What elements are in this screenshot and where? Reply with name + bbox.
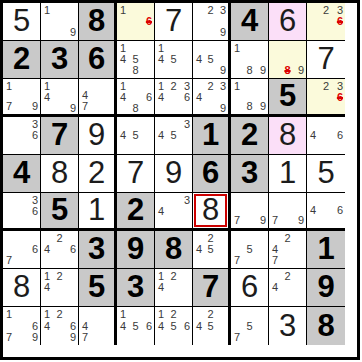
cell-r7c8[interactable]: 247: [269, 231, 307, 269]
empty-mark-slot: [42, 16, 54, 27]
solved-digit: 8: [279, 119, 296, 150]
cell-r8c6[interactable]: 7: [193, 269, 231, 307]
given-digit: 7: [51, 119, 68, 150]
empty-mark-slot: [118, 118, 130, 130]
cell-r3c9[interactable]: 236: [307, 79, 345, 117]
solved-digit: 7: [165, 5, 182, 36]
given-digit: 2: [13, 43, 30, 74]
cell-r7c5[interactable]: 8: [155, 231, 193, 269]
cell-r4c5[interactable]: 345: [155, 117, 193, 155]
empty-mark-slot: [308, 80, 320, 92]
cell-r5c7[interactable]: 3: [231, 155, 269, 193]
empty-mark-slot: [320, 118, 332, 130]
candidate-2: 2: [320, 80, 332, 92]
cell-r8c1[interactable]: 8: [3, 269, 41, 307]
candidate-8: 8: [244, 101, 256, 113]
cell-r5c5[interactable]: 9: [155, 155, 193, 193]
cell-r9c5[interactable]: 12456: [155, 307, 193, 345]
empty-mark-slot: [205, 42, 216, 54]
empty-mark-slot: [320, 28, 332, 40]
cell-r7c1[interactable]: 67: [3, 231, 41, 269]
cell-r1c3[interactable]: 8: [79, 3, 117, 41]
candidate-3: 3: [216, 4, 227, 16]
empty-mark-slot: [216, 320, 227, 332]
pencil-marks: 189: [232, 42, 267, 77]
cell-r9c7[interactable]: 57: [231, 307, 269, 345]
empty-mark-slot: [255, 308, 267, 320]
candidate-6: 6: [179, 92, 191, 103]
cell-r6c6[interactable]: 8: [193, 193, 231, 231]
empty-mark-slot: [216, 256, 227, 268]
pencil-marks: 12469: [42, 308, 77, 344]
cell-r4c1[interactable]: 36: [3, 117, 41, 155]
solved-digit: 9: [88, 119, 105, 150]
empty-mark-slot: [205, 16, 216, 27]
empty-mark-slot: [168, 92, 180, 103]
empty-mark-slot: [4, 194, 16, 206]
pencil-marks: 124: [42, 270, 77, 305]
cell-r9c3[interactable]: 47: [79, 307, 117, 345]
candidate-3: 3: [179, 118, 191, 130]
empty-mark-slot: [156, 332, 168, 344]
candidate-5: 5: [244, 320, 256, 332]
empty-mark-slot: [308, 4, 320, 16]
given-digit: 3: [127, 271, 144, 302]
pencil-marks: 145: [156, 42, 191, 77]
pencil-marks: 67: [4, 232, 39, 267]
candidate-8: 8: [244, 65, 256, 77]
empty-mark-slot: [308, 103, 320, 113]
candidate-7: 7: [4, 332, 16, 344]
empty-mark-slot: [102, 320, 113, 332]
empty-mark-slot: [16, 244, 28, 256]
candidate-9: 9: [27, 101, 39, 113]
empty-mark-slot: [16, 101, 28, 113]
candidate-1: 1: [42, 4, 54, 16]
empty-mark-slot: [4, 206, 16, 217]
cell-r8c3[interactable]: 5: [79, 269, 117, 307]
candidate-1: 1: [232, 80, 244, 92]
candidate-5: 5: [244, 244, 256, 256]
pencil-marks: 47: [80, 308, 113, 344]
cell-r1c8[interactable]: 6: [269, 3, 307, 41]
empty-mark-slot: [130, 332, 142, 344]
solved-digit: 1: [279, 157, 296, 188]
candidate-3: 3: [179, 194, 191, 206]
empty-mark-slot: [270, 294, 282, 306]
solved-digit: 6: [241, 271, 258, 302]
empty-mark-slot: [244, 42, 256, 54]
empty-mark-slot: [255, 244, 267, 256]
empty-mark-slot: [270, 42, 282, 54]
empty-mark-slot: [332, 216, 344, 227]
empty-mark-slot: [118, 332, 130, 344]
empty-mark-slot: [141, 65, 153, 77]
empty-mark-slot: [168, 66, 180, 78]
cell-r1c6[interactable]: 239: [193, 3, 231, 41]
cell-r9c8[interactable]: 3: [269, 307, 307, 345]
empty-mark-slot: [332, 28, 344, 40]
cell-r8c5[interactable]: 124: [155, 269, 193, 307]
empty-mark-slot: [332, 103, 344, 113]
cell-r3c4[interactable]: 1468: [117, 79, 155, 117]
empty-mark-slot: [118, 141, 130, 153]
candidate-4: 4: [42, 320, 54, 332]
candidate-4: 4: [194, 320, 205, 332]
cell-r9c9[interactable]: 8: [307, 307, 345, 345]
candidate-2: 2: [54, 270, 66, 282]
given-digit: 8: [317, 310, 334, 341]
empty-mark-slot: [54, 332, 66, 344]
candidate-5: 5: [168, 320, 180, 332]
empty-mark-slot: [91, 320, 102, 332]
cell-r7c9[interactable]: 1: [307, 231, 345, 269]
pencil-marks: 124: [156, 270, 191, 305]
cell-r2c7[interactable]: 189: [231, 41, 269, 79]
empty-mark-slot: [244, 80, 256, 92]
empty-mark-slot: [179, 294, 191, 306]
cell-r2c5[interactable]: 145: [155, 41, 193, 79]
cell-r5c1[interactable]: 4: [3, 155, 41, 193]
cell-r1c7[interactable]: 4: [231, 3, 269, 41]
pencil-marks: 247: [270, 232, 305, 267]
empty-mark-slot: [27, 255, 39, 267]
empty-mark-slot: [16, 130, 28, 142]
candidate-4: 4: [42, 244, 54, 256]
empty-mark-slot: [16, 217, 28, 227]
empty-mark-slot: [168, 332, 180, 344]
candidate-6: 6: [65, 244, 77, 256]
empty-mark-slot: [102, 308, 113, 320]
candidate-7: 7: [4, 101, 16, 113]
empty-mark-slot: [4, 217, 16, 227]
given-digit: 1: [317, 233, 334, 264]
candidate-4: 4: [156, 92, 168, 103]
empty-mark-slot: [156, 118, 168, 130]
empty-mark-slot: [16, 92, 28, 101]
empty-mark-slot: [118, 103, 130, 115]
candidate-9: 9: [65, 103, 77, 115]
given-digit: 2: [241, 119, 258, 150]
cell-r5c9[interactable]: 5: [307, 155, 345, 193]
candidate-2: 2: [54, 232, 66, 244]
solved-digit: 9: [165, 157, 182, 188]
cell-r7c6[interactable]: 245: [193, 231, 231, 269]
empty-mark-slot: [179, 103, 191, 113]
empty-mark-slot: [91, 308, 102, 320]
cell-r3c2[interactable]: 149: [41, 79, 79, 117]
cell-r6c9[interactable]: 46: [307, 193, 345, 231]
empty-mark-slot: [102, 80, 113, 90]
given-digit: 5: [88, 271, 105, 302]
empty-mark-slot: [141, 28, 153, 40]
cell-r4c4[interactable]: 45: [117, 117, 155, 155]
candidate-6: 6: [141, 92, 153, 103]
cell-r8c4[interactable]: 3: [117, 269, 155, 307]
empty-mark-slot: [141, 308, 153, 320]
empty-mark-slot: [255, 332, 267, 344]
cell-r6c8[interactable]: 79: [269, 193, 307, 231]
pencil-marks: 12346: [156, 80, 191, 113]
pencil-marks: 34: [156, 194, 191, 227]
candidate-1: 1: [118, 308, 130, 320]
empty-mark-slot: [130, 308, 142, 320]
empty-mark-slot: [141, 4, 153, 16]
empty-mark-slot: [16, 194, 28, 206]
solved-digit: 5: [13, 5, 30, 36]
cell-r7c3[interactable]: 3: [79, 231, 117, 269]
empty-mark-slot: [232, 308, 244, 320]
candidate-6: 6: [332, 92, 344, 103]
sudoku-board: 5198167239462362361458145459189897179149…: [0, 0, 360, 360]
pencil-marks: 1679: [4, 308, 39, 344]
candidate-9: 9: [255, 65, 267, 77]
empty-mark-slot: [27, 217, 39, 227]
empty-mark-slot: [27, 232, 39, 244]
pencil-marks: 36: [4, 118, 39, 153]
cell-r2c1[interactable]: 2: [3, 41, 41, 79]
pencil-marks: 16: [118, 4, 153, 39]
candidate-2: 2: [282, 232, 294, 244]
candidate-9: 9: [255, 215, 267, 227]
empty-mark-slot: [216, 332, 227, 344]
cell-r3c5[interactable]: 12346: [155, 79, 193, 117]
empty-mark-slot: [255, 42, 267, 54]
candidate-4: 4: [194, 54, 205, 66]
candidate-1: 1: [156, 308, 168, 320]
empty-mark-slot: [179, 206, 191, 217]
empty-mark-slot: [179, 130, 191, 142]
empty-mark-slot: [194, 65, 205, 77]
cell-r3c6[interactable]: 2349: [193, 79, 231, 117]
empty-mark-slot: [141, 130, 153, 142]
cell-r5c4[interactable]: 7: [117, 155, 155, 193]
cell-r2c8[interactable]: 89: [269, 41, 307, 79]
candidate-4: 4: [156, 320, 168, 332]
cell-r4c2[interactable]: 7: [41, 117, 79, 155]
empty-mark-slot: [65, 308, 77, 320]
cell-r1c9[interactable]: 236: [307, 3, 345, 41]
candidate-6: 6: [27, 244, 39, 256]
empty-mark-slot: [54, 80, 66, 92]
empty-mark-slot: [4, 232, 16, 244]
empty-mark-slot: [91, 90, 102, 101]
cell-r7c7[interactable]: 57: [231, 231, 269, 269]
empty-mark-slot: [293, 42, 305, 54]
empty-mark-slot: [130, 4, 142, 16]
given-digit: 6: [202, 157, 219, 188]
empty-mark-slot: [216, 244, 227, 256]
solved-digit: 1: [88, 194, 105, 225]
candidate-1: 1: [156, 42, 168, 54]
cell-r3c1[interactable]: 179: [3, 79, 41, 117]
empty-mark-slot: [320, 130, 332, 142]
empty-mark-slot: [141, 118, 153, 130]
empty-mark-slot: [308, 141, 320, 153]
given-digit: 9: [127, 233, 144, 264]
cell-r4c6[interactable]: 1: [193, 117, 231, 155]
candidate-3: 3: [332, 4, 344, 16]
empty-mark-slot: [130, 141, 142, 153]
cell-r4c9[interactable]: 46: [307, 117, 345, 155]
candidate-7: 7: [80, 332, 91, 344]
cell-r1c5[interactable]: 7: [155, 3, 193, 41]
candidate-4: 4: [308, 130, 320, 142]
empty-mark-slot: [255, 80, 267, 92]
candidate-8: 8: [130, 103, 142, 115]
cell-r8c2[interactable]: 124: [41, 269, 79, 307]
empty-mark-slot: [320, 92, 332, 103]
cell-r7c4[interactable]: 9: [117, 231, 155, 269]
candidate-5: 5: [168, 54, 180, 66]
cell-r6c7[interactable]: 79: [231, 193, 269, 231]
empty-mark-slot: [65, 256, 77, 268]
candidate-4: 4: [118, 92, 130, 103]
candidate-3: 3: [216, 80, 227, 92]
empty-mark-slot: [308, 216, 320, 227]
empty-mark-slot: [194, 42, 205, 54]
empty-mark-slot: [65, 80, 77, 92]
empty-mark-slot: [320, 16, 332, 28]
candidate-2: 2: [54, 308, 66, 320]
empty-mark-slot: [205, 332, 216, 344]
cell-r3c3[interactable]: 47: [79, 79, 117, 117]
candidate-9: 9: [216, 27, 227, 39]
candidate-7: 7: [80, 101, 91, 113]
candidate-1: 1: [4, 80, 16, 92]
cell-r2c9[interactable]: 7: [307, 41, 345, 79]
empty-mark-slot: [156, 142, 168, 154]
candidate-9: 9: [27, 332, 39, 344]
pencil-marks: 189: [232, 80, 267, 113]
empty-mark-slot: [320, 216, 332, 227]
empty-mark-slot: [282, 282, 294, 294]
empty-mark-slot: [255, 194, 267, 205]
empty-mark-slot: [332, 118, 344, 130]
cell-r8c8[interactable]: 24: [269, 269, 307, 307]
empty-mark-slot: [65, 282, 77, 294]
empty-mark-slot: [282, 194, 294, 205]
empty-mark-slot: [130, 118, 142, 130]
given-digit: 7: [202, 271, 219, 302]
candidate-4: 4: [156, 282, 168, 294]
pencil-marks: 239: [194, 4, 227, 39]
empty-mark-slot: [42, 103, 54, 115]
cell-r2c2[interactable]: 3: [41, 41, 79, 79]
cell-r6c3[interactable]: 1: [79, 193, 117, 231]
empty-mark-slot: [244, 215, 256, 227]
empty-mark-slot: [293, 294, 305, 306]
cell-r9c2[interactable]: 12469: [41, 307, 79, 345]
cell-r5c8[interactable]: 1: [269, 155, 307, 193]
candidate-5: 5: [130, 320, 142, 332]
cell-r6c1[interactable]: 36: [3, 193, 41, 231]
cell-r3c8[interactable]: 5: [269, 79, 307, 117]
empty-mark-slot: [320, 194, 332, 205]
cell-r3c7[interactable]: 189: [231, 79, 269, 117]
cell-r2c4[interactable]: 1458: [117, 41, 155, 79]
candidate-2: 2: [205, 308, 216, 320]
empty-mark-slot: [244, 232, 256, 244]
cell-r7c2[interactable]: 246: [41, 231, 79, 269]
empty-mark-slot: [168, 282, 180, 294]
empty-mark-slot: [205, 27, 216, 39]
empty-mark-slot: [42, 27, 54, 39]
empty-mark-slot: [232, 101, 244, 113]
empty-mark-slot: [179, 217, 191, 227]
pencil-marks: 345: [156, 118, 191, 153]
empty-mark-slot: [118, 16, 130, 28]
candidate-4: 4: [118, 320, 130, 332]
empty-mark-slot: [308, 28, 320, 40]
empty-mark-slot: [102, 90, 113, 101]
candidate-4: 4: [42, 282, 54, 294]
cell-r9c4[interactable]: 1456: [117, 307, 155, 345]
cell-r5c2[interactable]: 8: [41, 155, 79, 193]
candidate-7: 7: [232, 332, 244, 344]
candidate-4: 4: [308, 205, 320, 216]
solved-digit: 8: [51, 157, 68, 188]
empty-mark-slot: [42, 232, 54, 244]
cell-r8c9[interactable]: 9: [307, 269, 345, 307]
cell-r1c2[interactable]: 19: [41, 3, 79, 41]
empty-mark-slot: [168, 118, 180, 130]
cell-r1c4[interactable]: 16: [117, 3, 155, 41]
given-digit: 3: [241, 157, 258, 188]
cell-r4c7[interactable]: 2: [231, 117, 269, 155]
empty-mark-slot: [168, 294, 180, 306]
cell-r2c6[interactable]: 459: [193, 41, 231, 79]
cell-r9c1[interactable]: 1679: [3, 307, 41, 345]
pencil-marks: 12456: [156, 308, 191, 344]
empty-mark-slot: [168, 217, 180, 227]
candidate-9: 9: [293, 65, 305, 77]
solved-digit: 2: [88, 157, 105, 188]
cell-r2c3[interactable]: 6: [79, 41, 117, 79]
empty-mark-slot: [42, 332, 54, 344]
candidate-4: 4: [156, 130, 168, 142]
solved-digit: 7: [317, 43, 334, 74]
cell-r4c3[interactable]: 9: [79, 117, 117, 155]
empty-mark-slot: [216, 42, 227, 54]
pencil-marks: 2349: [194, 80, 227, 113]
cell-r9c6[interactable]: 245: [193, 307, 231, 345]
solved-digit: 5: [317, 157, 334, 188]
empty-mark-slot: [65, 4, 77, 16]
empty-mark-slot: [54, 16, 66, 27]
cell-r1c1[interactable]: 5: [3, 3, 41, 41]
candidate-8: 8: [130, 65, 142, 77]
cell-r6c5[interactable]: 34: [155, 193, 193, 231]
cell-r5c3[interactable]: 2: [79, 155, 117, 193]
cell-r6c4[interactable]: 2: [117, 193, 155, 231]
empty-mark-slot: [179, 54, 191, 66]
cell-r4c8[interactable]: 8: [269, 117, 307, 155]
given-digit: 4: [13, 157, 30, 188]
given-digit: 8: [88, 5, 105, 36]
empty-mark-slot: [16, 255, 28, 267]
pencil-marks: 36: [4, 194, 39, 227]
candidate-1: 1: [232, 42, 244, 54]
candidate-1: 1: [4, 308, 16, 320]
empty-mark-slot: [282, 215, 294, 227]
cell-r8c7[interactable]: 6: [231, 269, 269, 307]
given-digit: 3: [88, 233, 105, 264]
empty-mark-slot: [168, 142, 180, 154]
empty-mark-slot: [194, 16, 205, 27]
cell-r5c6[interactable]: 6: [193, 155, 231, 193]
cell-r6c2[interactable]: 5: [41, 193, 79, 231]
